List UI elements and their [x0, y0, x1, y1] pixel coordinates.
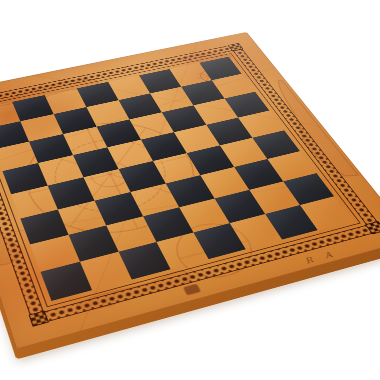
photo-scene: R A — [0, 0, 380, 380]
